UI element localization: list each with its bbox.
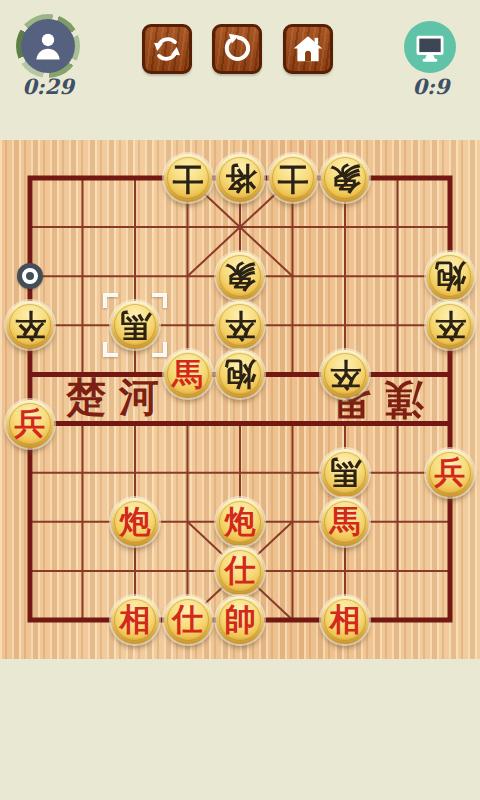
piece-glyph: 卒 (15, 310, 46, 341)
piece-red-cannon[interactable]: 炮 (216, 498, 264, 546)
player-avatar[interactable] (16, 14, 80, 78)
piece-red-elephant[interactable]: 相 (321, 596, 369, 644)
player-timer: 0:29 (18, 74, 78, 99)
piece-glyph: 卒 (435, 310, 466, 341)
piece-black-general[interactable]: 将 (216, 154, 264, 202)
piece-black-elephant[interactable]: 象 (216, 252, 264, 300)
piece-glyph: 馬 (120, 310, 151, 341)
piece-black-soldier[interactable]: 卒 (426, 301, 474, 349)
restart-button[interactable] (142, 24, 192, 74)
piece-red-advisor[interactable]: 仕 (216, 547, 264, 595)
piece-black-advisor[interactable]: 士 (269, 154, 317, 202)
piece-black-horse[interactable]: 馬 (321, 449, 369, 497)
piece-glyph: 象 (225, 261, 256, 292)
piece-glyph: 炮 (225, 506, 256, 537)
piece-glyph: 馬 (172, 359, 203, 390)
piece-red-advisor[interactable]: 仕 (164, 596, 212, 644)
piece-red-soldier[interactable]: 兵 (6, 400, 54, 448)
piece-glyph: 相 (330, 604, 361, 635)
piece-black-soldier[interactable]: 卒 (6, 301, 54, 349)
home-button[interactable] (283, 24, 333, 74)
opponent-timer: 0:9 (401, 74, 461, 99)
piece-red-horse[interactable]: 馬 (321, 498, 369, 546)
piece-glyph: 兵 (15, 408, 46, 439)
piece-glyph: 仕 (172, 604, 203, 635)
piece-glyph: 仕 (225, 555, 256, 586)
undo-arrow-icon (220, 32, 254, 66)
piece-glyph: 士 (277, 163, 308, 194)
piece-glyph: 馬 (330, 506, 361, 537)
piece-black-cannon[interactable]: 炮 (426, 252, 474, 300)
piece-red-cannon[interactable]: 炮 (111, 498, 159, 546)
piece-glyph: 兵 (435, 457, 466, 488)
piece-black-soldier[interactable]: 卒 (216, 301, 264, 349)
piece-glyph: 炮 (120, 506, 151, 537)
top-bar: 0:29 0:9 (0, 0, 480, 140)
piece-red-elephant[interactable]: 相 (111, 596, 159, 644)
piece-glyph: 士 (172, 163, 203, 194)
piece-glyph: 卒 (330, 359, 361, 390)
opponent-avatar (404, 21, 456, 73)
xiangqi-board: 楚河 漢界 士将士象象炮卒馬卒卒馬炮卒兵馬兵炮炮馬仕相仕帥相 (0, 140, 480, 659)
home-icon (291, 32, 325, 66)
piece-glyph: 卒 (225, 310, 256, 341)
piece-black-elephant[interactable]: 象 (321, 154, 369, 202)
piece-glyph: 象 (330, 163, 361, 194)
person-icon (29, 27, 67, 65)
undo-button[interactable] (212, 24, 262, 74)
piece-glyph: 将 (225, 163, 256, 194)
piece-red-soldier[interactable]: 兵 (426, 449, 474, 497)
piece-red-horse[interactable]: 馬 (164, 350, 212, 398)
piece-black-advisor[interactable]: 士 (164, 154, 212, 202)
piece-glyph: 炮 (435, 261, 466, 292)
computer-icon (412, 29, 448, 65)
piece-glyph: 相 (120, 604, 151, 635)
piece-red-general[interactable]: 帥 (216, 596, 264, 644)
piece-glyph: 馬 (330, 457, 361, 488)
river-label-chu-he: 楚河 (66, 378, 172, 418)
piece-glyph: 帥 (225, 604, 256, 635)
swap-arrows-icon (150, 32, 184, 66)
piece-black-horse[interactable]: 馬 (111, 301, 159, 349)
player-avatar-circle (21, 19, 75, 73)
piece-glyph: 炮 (225, 359, 256, 390)
